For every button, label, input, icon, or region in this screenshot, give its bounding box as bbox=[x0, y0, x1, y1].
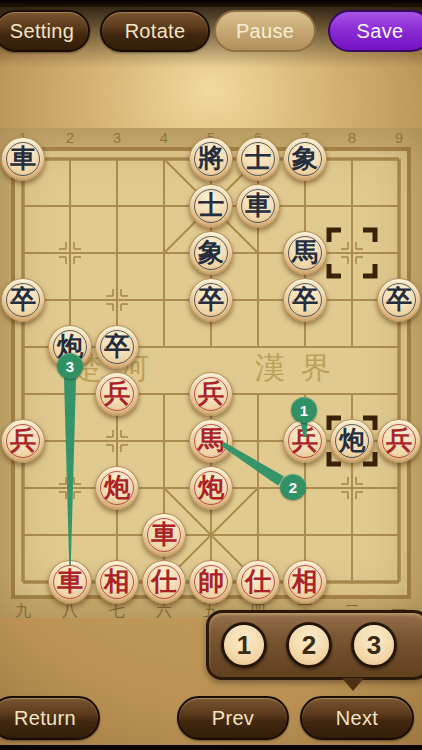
piece-red-相[interactable]: 相 bbox=[95, 560, 139, 604]
piece-black-象[interactable]: 象 bbox=[189, 231, 233, 275]
next-button[interactable]: Next bbox=[300, 696, 414, 740]
piece-red-兵[interactable]: 兵 bbox=[95, 372, 139, 416]
piece-red-炮[interactable]: 炮 bbox=[95, 466, 139, 510]
piece-black-卒[interactable]: 卒 bbox=[1, 278, 45, 322]
rotate-button[interactable]: Rotate bbox=[100, 10, 210, 52]
bottom-edge-strip bbox=[0, 745, 422, 750]
variation-button-3[interactable]: 3 bbox=[351, 622, 397, 668]
piece-red-帥[interactable]: 帥 bbox=[189, 560, 233, 604]
save-button[interactable]: Save bbox=[328, 10, 422, 52]
piece-black-卒[interactable]: 卒 bbox=[283, 278, 327, 322]
piece-black-車[interactable]: 車 bbox=[236, 184, 280, 228]
piece-red-相[interactable]: 相 bbox=[283, 560, 327, 604]
piece-red-車[interactable]: 車 bbox=[142, 513, 186, 557]
piece-black-炮[interactable]: 炮 bbox=[330, 419, 374, 463]
variation-button-1[interactable]: 1 bbox=[221, 622, 267, 668]
piece-red-兵[interactable]: 兵 bbox=[283, 419, 327, 463]
app-screen: Setting Rotate Pause Save 楚河 漢界 12345678… bbox=[0, 0, 422, 750]
piece-red-車[interactable]: 車 bbox=[48, 560, 92, 604]
piece-black-卒[interactable]: 卒 bbox=[95, 325, 139, 369]
piece-red-兵[interactable]: 兵 bbox=[1, 419, 45, 463]
pause-button[interactable]: Pause bbox=[214, 10, 316, 52]
piece-red-馬[interactable]: 馬 bbox=[189, 419, 233, 463]
variation-panel-tail bbox=[342, 678, 364, 691]
piece-black-卒[interactable]: 卒 bbox=[377, 278, 421, 322]
piece-red-仕[interactable]: 仕 bbox=[236, 560, 280, 604]
piece-black-士[interactable]: 士 bbox=[236, 137, 280, 181]
setting-button[interactable]: Setting bbox=[0, 10, 90, 52]
return-button[interactable]: Return bbox=[0, 696, 100, 740]
piece-red-兵[interactable]: 兵 bbox=[189, 372, 233, 416]
piece-red-炮[interactable]: 炮 bbox=[189, 466, 233, 510]
piece-black-炮[interactable]: 炮 bbox=[48, 325, 92, 369]
top-edge-strip bbox=[0, 0, 422, 7]
variation-button-2[interactable]: 2 bbox=[286, 622, 332, 668]
piece-black-車[interactable]: 車 bbox=[1, 137, 45, 181]
piece-red-兵[interactable]: 兵 bbox=[377, 419, 421, 463]
piece-red-仕[interactable]: 仕 bbox=[142, 560, 186, 604]
piece-black-馬[interactable]: 馬 bbox=[283, 231, 327, 275]
piece-black-象[interactable]: 象 bbox=[283, 137, 327, 181]
piece-black-將[interactable]: 將 bbox=[189, 137, 233, 181]
piece-black-士[interactable]: 士 bbox=[189, 184, 233, 228]
variation-panel: 1 2 3 bbox=[206, 610, 422, 680]
prev-button[interactable]: Prev bbox=[177, 696, 289, 740]
piece-black-卒[interactable]: 卒 bbox=[189, 278, 233, 322]
